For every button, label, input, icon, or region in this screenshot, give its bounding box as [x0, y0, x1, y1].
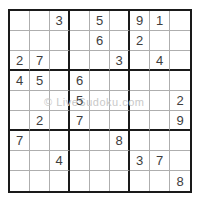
cell-r2c1[interactable]	[10, 31, 30, 51]
sudoku-page: 359162273445652279784378 © LiveSudoku.co…	[0, 0, 200, 200]
cell-r3c7[interactable]	[130, 51, 150, 71]
cell-r1c3[interactable]: 3	[50, 11, 70, 31]
sudoku-board: 359162273445652279784378	[8, 9, 192, 193]
given-digit: 2	[176, 94, 183, 107]
cell-r8c3[interactable]: 4	[50, 151, 70, 171]
cell-r8c6[interactable]	[110, 151, 130, 171]
cell-r5c2[interactable]	[30, 91, 50, 111]
cell-r1c2[interactable]	[30, 11, 50, 31]
given-digit: 5	[76, 94, 83, 107]
given-digit: 4	[156, 54, 163, 67]
given-digit: 8	[176, 175, 183, 188]
cell-r2c7[interactable]: 2	[130, 31, 150, 51]
cell-r3c9[interactable]	[170, 51, 190, 71]
given-digit: 8	[115, 134, 122, 147]
cell-r5c5[interactable]	[90, 91, 110, 111]
cell-r8c1[interactable]	[10, 151, 30, 171]
given-digit: 5	[96, 14, 103, 27]
given-digit: 6	[96, 34, 103, 47]
cell-r3c5[interactable]	[90, 51, 110, 71]
cell-r9c5[interactable]	[90, 171, 110, 191]
given-digit: 7	[16, 134, 23, 147]
cell-r6c1[interactable]	[10, 111, 30, 131]
cell-r8c7[interactable]: 3	[130, 151, 150, 171]
cell-r6c7[interactable]	[130, 111, 150, 131]
cell-r5c9[interactable]: 2	[170, 91, 190, 111]
cell-r7c8[interactable]	[150, 131, 170, 151]
given-digit: 1	[156, 14, 163, 27]
given-digit: 5	[36, 74, 43, 87]
given-digit: 3	[55, 14, 62, 27]
cell-r5c3[interactable]	[50, 91, 70, 111]
given-digit: 2	[16, 54, 23, 67]
cell-r2c3[interactable]	[50, 31, 70, 51]
cell-r7c6[interactable]: 8	[110, 131, 130, 151]
given-digit: 3	[136, 154, 143, 167]
given-digit: 4	[55, 154, 62, 167]
cell-r1c7[interactable]: 9	[130, 11, 150, 31]
cell-r5c7[interactable]	[130, 91, 150, 111]
cell-r6c8[interactable]	[150, 111, 170, 131]
cell-r7c9[interactable]	[170, 131, 190, 151]
given-digit: 3	[115, 54, 122, 67]
cell-r4c7[interactable]	[130, 71, 150, 91]
cell-r1c1[interactable]	[10, 11, 30, 31]
cell-r8c8[interactable]: 7	[150, 151, 170, 171]
cell-r5c4[interactable]: 5	[70, 91, 90, 111]
cell-r7c7[interactable]	[130, 131, 150, 151]
cell-r6c9[interactable]: 9	[170, 111, 190, 131]
cell-r7c1[interactable]: 7	[10, 131, 30, 151]
cell-r6c6[interactable]	[110, 111, 130, 131]
cell-r6c5[interactable]	[90, 111, 110, 131]
cell-r6c4[interactable]: 7	[70, 111, 90, 131]
cell-r4c3[interactable]	[50, 71, 70, 91]
cell-r2c4[interactable]	[70, 31, 90, 51]
cell-r4c5[interactable]	[90, 71, 110, 91]
cell-r2c5[interactable]: 6	[90, 31, 110, 51]
cell-r8c2[interactable]	[30, 151, 50, 171]
cell-r1c5[interactable]: 5	[90, 11, 110, 31]
cell-r7c5[interactable]	[90, 131, 110, 151]
cell-r7c2[interactable]	[30, 131, 50, 151]
cell-r1c6[interactable]	[110, 11, 130, 31]
given-digit: 9	[176, 114, 183, 127]
cell-r4c1[interactable]: 4	[10, 71, 30, 91]
cell-r2c2[interactable]	[30, 31, 50, 51]
cell-r9c4[interactable]	[70, 171, 90, 191]
cell-r7c4[interactable]	[70, 131, 90, 151]
cell-r8c4[interactable]	[70, 151, 90, 171]
cell-r8c9[interactable]	[170, 151, 190, 171]
cell-r1c9[interactable]	[170, 11, 190, 31]
cell-r3c6[interactable]: 3	[110, 51, 130, 71]
cell-r4c4[interactable]: 6	[70, 71, 90, 91]
given-digit: 2	[36, 114, 43, 127]
given-digit: 7	[36, 54, 43, 67]
cell-r5c6[interactable]	[110, 91, 130, 111]
given-digit: 2	[136, 34, 143, 47]
cell-r4c8[interactable]	[150, 71, 170, 91]
cell-r9c9[interactable]: 8	[170, 171, 190, 191]
cell-r7c3[interactable]	[50, 131, 70, 151]
cell-r5c8[interactable]	[150, 91, 170, 111]
cell-r2c6[interactable]	[110, 31, 130, 51]
cell-r9c2[interactable]	[30, 171, 50, 191]
cell-r3c4[interactable]	[70, 51, 90, 71]
cell-r6c3[interactable]	[50, 111, 70, 131]
cell-r3c3[interactable]	[50, 51, 70, 71]
given-digit: 9	[136, 14, 143, 27]
cell-r9c3[interactable]	[50, 171, 70, 191]
given-digit: 7	[156, 154, 163, 167]
given-digit: 4	[16, 74, 23, 87]
cell-r4c2[interactable]: 5	[30, 71, 50, 91]
cell-r8c5[interactable]	[90, 151, 110, 171]
cell-r2c8[interactable]	[150, 31, 170, 51]
cell-r2c9[interactable]	[170, 31, 190, 51]
cell-r6c2[interactable]: 2	[30, 111, 50, 131]
cell-r4c9[interactable]	[170, 71, 190, 91]
given-digit: 6	[76, 74, 83, 87]
cell-r9c6[interactable]	[110, 171, 130, 191]
cell-r9c7[interactable]	[130, 171, 150, 191]
cell-r1c4[interactable]	[70, 11, 90, 31]
cell-r4c6[interactable]	[110, 71, 130, 91]
cell-r3c8[interactable]: 4	[150, 51, 170, 71]
cell-r9c8[interactable]	[150, 171, 170, 191]
given-digit: 7	[76, 114, 83, 127]
cell-r3c1[interactable]: 2	[10, 51, 30, 71]
cell-r3c2[interactable]: 7	[30, 51, 50, 71]
cell-r9c1[interactable]	[10, 171, 30, 191]
cell-r1c8[interactable]: 1	[150, 11, 170, 31]
cell-r5c1[interactable]	[10, 91, 30, 111]
